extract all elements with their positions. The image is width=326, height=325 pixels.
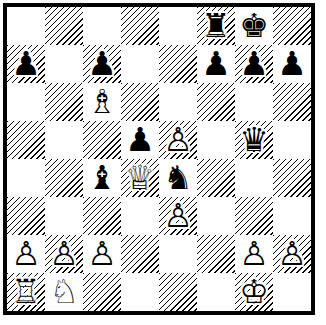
square-e1[interactable]	[159, 273, 197, 311]
piece-white-pawn[interactable]: ♙	[49, 235, 79, 273]
square-h8[interactable]	[273, 7, 311, 45]
square-a5[interactable]	[7, 121, 45, 159]
square-h1[interactable]	[273, 273, 311, 311]
square-d2[interactable]	[121, 235, 159, 273]
piece-white-rook[interactable]: ♖	[11, 273, 41, 311]
square-a7[interactable]: ♟	[7, 45, 45, 83]
square-a8[interactable]	[7, 7, 45, 45]
square-b7[interactable]	[45, 45, 83, 83]
square-h4[interactable]	[273, 159, 311, 197]
square-c3[interactable]	[83, 197, 121, 235]
square-g2[interactable]: ♙	[235, 235, 273, 273]
piece-white-pawn[interactable]: ♙	[11, 235, 41, 273]
square-e6[interactable]	[159, 83, 197, 121]
square-b1[interactable]: ♘	[45, 273, 83, 311]
square-b5[interactable]	[45, 121, 83, 159]
piece-white-pawn[interactable]: ♙	[87, 235, 117, 273]
square-c4[interactable]: ♝	[83, 159, 121, 197]
square-e4[interactable]: ♞	[159, 159, 197, 197]
piece-black-pawn[interactable]: ♟	[11, 45, 41, 83]
piece-white-knight[interactable]: ♘	[49, 273, 79, 311]
square-b4[interactable]	[45, 159, 83, 197]
square-f7[interactable]: ♟	[197, 45, 235, 83]
square-d4[interactable]: ♕	[121, 159, 159, 197]
square-b8[interactable]	[45, 7, 83, 45]
square-h7[interactable]: ♟	[273, 45, 311, 83]
square-f8[interactable]: ♜	[197, 7, 235, 45]
piece-white-king[interactable]: ♔	[239, 273, 269, 311]
square-a6[interactable]	[7, 83, 45, 121]
square-c2[interactable]: ♙	[83, 235, 121, 273]
piece-black-king[interactable]: ♚	[239, 7, 269, 45]
square-g3[interactable]	[235, 197, 273, 235]
square-d3[interactable]	[121, 197, 159, 235]
square-c7[interactable]: ♟	[83, 45, 121, 83]
square-f4[interactable]	[197, 159, 235, 197]
piece-black-pawn[interactable]: ♟	[201, 45, 231, 83]
square-b6[interactable]	[45, 83, 83, 121]
square-g1[interactable]: ♔	[235, 273, 273, 311]
piece-white-pawn[interactable]: ♙	[163, 121, 193, 159]
piece-white-pawn[interactable]: ♙	[277, 235, 307, 273]
piece-black-pawn[interactable]: ♟	[277, 45, 307, 83]
square-e2[interactable]	[159, 235, 197, 273]
square-c8[interactable]	[83, 7, 121, 45]
square-g8[interactable]: ♚	[235, 7, 273, 45]
piece-black-queen[interactable]: ♛	[239, 121, 269, 159]
piece-white-bishop[interactable]: ♗	[87, 83, 117, 121]
square-f5[interactable]	[197, 121, 235, 159]
square-h3[interactable]	[273, 197, 311, 235]
square-d6[interactable]	[121, 83, 159, 121]
square-e3[interactable]: ♙	[159, 197, 197, 235]
piece-black-pawn[interactable]: ♟	[239, 45, 269, 83]
square-g6[interactable]	[235, 83, 273, 121]
square-f1[interactable]	[197, 273, 235, 311]
square-d5[interactable]: ♟	[121, 121, 159, 159]
square-e5[interactable]: ♙	[159, 121, 197, 159]
square-b2[interactable]: ♙	[45, 235, 83, 273]
square-h5[interactable]	[273, 121, 311, 159]
square-c6[interactable]: ♗	[83, 83, 121, 121]
square-e8[interactable]	[159, 7, 197, 45]
square-a1[interactable]: ♖	[7, 273, 45, 311]
square-c5[interactable]	[83, 121, 121, 159]
square-h2[interactable]: ♙	[273, 235, 311, 273]
square-f3[interactable]	[197, 197, 235, 235]
square-g7[interactable]: ♟	[235, 45, 273, 83]
square-e7[interactable]	[159, 45, 197, 83]
chess-diagram: ♜♚♟♟♟♟♟♗♟♙♛♝♕♞♙♙♙♙♙♙♖♘♔	[3, 3, 315, 315]
square-d8[interactable]	[121, 7, 159, 45]
square-a4[interactable]	[7, 159, 45, 197]
piece-black-pawn[interactable]: ♟	[125, 121, 155, 159]
square-f6[interactable]	[197, 83, 235, 121]
square-g4[interactable]	[235, 159, 273, 197]
piece-white-pawn[interactable]: ♙	[163, 197, 193, 235]
piece-black-pawn[interactable]: ♟	[87, 45, 117, 83]
square-g5[interactable]: ♛	[235, 121, 273, 159]
square-b3[interactable]	[45, 197, 83, 235]
square-f2[interactable]	[197, 235, 235, 273]
piece-white-queen[interactable]: ♕	[125, 159, 155, 197]
piece-white-pawn[interactable]: ♙	[239, 235, 269, 273]
square-d1[interactable]	[121, 273, 159, 311]
square-d7[interactable]	[121, 45, 159, 83]
square-a3[interactable]	[7, 197, 45, 235]
square-c1[interactable]	[83, 273, 121, 311]
piece-black-rook[interactable]: ♜	[201, 7, 231, 45]
piece-black-bishop[interactable]: ♝	[87, 159, 117, 197]
chess-board: ♜♚♟♟♟♟♟♗♟♙♛♝♕♞♙♙♙♙♙♙♖♘♔	[7, 7, 311, 311]
square-h6[interactable]	[273, 83, 311, 121]
square-a2[interactable]: ♙	[7, 235, 45, 273]
piece-black-knight[interactable]: ♞	[163, 159, 193, 197]
